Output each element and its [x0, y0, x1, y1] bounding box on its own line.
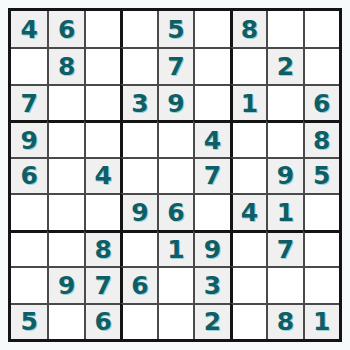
cell-r2c3[interactable] [84, 47, 120, 83]
cell-r3c8[interactable] [266, 84, 302, 120]
cell-r4c9[interactable]: 8 [303, 120, 339, 156]
cell-r2c1[interactable] [11, 47, 47, 83]
cell-r5c9[interactable]: 5 [303, 157, 339, 193]
cell-r8c4[interactable]: 6 [120, 266, 156, 302]
cell-r9c2[interactable] [47, 303, 83, 339]
cell-r2c4[interactable] [120, 47, 156, 83]
cell-r9c9[interactable]: 1 [303, 303, 339, 339]
cell-r2c7[interactable] [230, 47, 266, 83]
cell-r9c8[interactable]: 8 [266, 303, 302, 339]
cell-r6c4[interactable]: 9 [120, 193, 156, 229]
cell-r5c4[interactable] [120, 157, 156, 193]
cell-r1c1[interactable]: 4 [11, 11, 47, 47]
cell-r7c2[interactable] [47, 230, 83, 266]
cell-r6c6[interactable] [193, 193, 229, 229]
cell-r8c1[interactable] [11, 266, 47, 302]
cell-r7c6[interactable]: 9 [193, 230, 229, 266]
cell-r1c2[interactable]: 6 [47, 11, 83, 47]
cell-r7c8[interactable]: 7 [266, 230, 302, 266]
cell-r9c4[interactable] [120, 303, 156, 339]
cell-r1c8[interactable] [266, 11, 302, 47]
cell-r1c9[interactable] [303, 11, 339, 47]
cell-r1c4[interactable] [120, 11, 156, 47]
cell-r6c3[interactable] [84, 193, 120, 229]
sudoku-board: 4658872739169486479596418197976356281 [8, 8, 342, 342]
cell-r3c6[interactable] [193, 84, 229, 120]
cell-r1c7[interactable]: 8 [230, 11, 266, 47]
cell-r5c8[interactable]: 9 [266, 157, 302, 193]
cell-r8c9[interactable] [303, 266, 339, 302]
cell-r6c8[interactable]: 1 [266, 193, 302, 229]
cell-r2c2[interactable]: 8 [47, 47, 83, 83]
cell-r2c5[interactable]: 7 [157, 47, 193, 83]
cell-r9c7[interactable] [230, 303, 266, 339]
cell-r4c2[interactable] [47, 120, 83, 156]
cell-r3c5[interactable]: 9 [157, 84, 193, 120]
cell-r8c7[interactable] [230, 266, 266, 302]
cell-r5c1[interactable]: 6 [11, 157, 47, 193]
cell-r6c7[interactable]: 4 [230, 193, 266, 229]
cell-r5c5[interactable] [157, 157, 193, 193]
cell-r3c3[interactable] [84, 84, 120, 120]
cell-r7c5[interactable]: 1 [157, 230, 193, 266]
cell-r3c7[interactable]: 1 [230, 84, 266, 120]
cell-r9c5[interactable] [157, 303, 193, 339]
cell-r6c2[interactable] [47, 193, 83, 229]
cell-r2c8[interactable]: 2 [266, 47, 302, 83]
cell-r7c3[interactable]: 8 [84, 230, 120, 266]
cell-r6c5[interactable]: 6 [157, 193, 193, 229]
cell-r9c3[interactable]: 6 [84, 303, 120, 339]
cell-r3c9[interactable]: 6 [303, 84, 339, 120]
cell-r3c4[interactable]: 3 [120, 84, 156, 120]
cell-r1c6[interactable] [193, 11, 229, 47]
cell-r4c7[interactable] [230, 120, 266, 156]
cell-r2c6[interactable] [193, 47, 229, 83]
cell-r8c5[interactable] [157, 266, 193, 302]
cell-r6c1[interactable] [11, 193, 47, 229]
cell-r5c7[interactable] [230, 157, 266, 193]
cell-r4c3[interactable] [84, 120, 120, 156]
cell-r7c1[interactable] [11, 230, 47, 266]
cell-r5c3[interactable]: 4 [84, 157, 120, 193]
cell-r7c7[interactable] [230, 230, 266, 266]
cell-r7c4[interactable] [120, 230, 156, 266]
cell-r1c5[interactable]: 5 [157, 11, 193, 47]
cell-r5c6[interactable]: 7 [193, 157, 229, 193]
cell-r9c6[interactable]: 2 [193, 303, 229, 339]
cell-r8c6[interactable]: 3 [193, 266, 229, 302]
cell-r8c8[interactable] [266, 266, 302, 302]
cell-r8c2[interactable]: 9 [47, 266, 83, 302]
cell-r1c3[interactable] [84, 11, 120, 47]
cell-r8c3[interactable]: 7 [84, 266, 120, 302]
cell-r3c2[interactable] [47, 84, 83, 120]
cell-r4c8[interactable] [266, 120, 302, 156]
cell-r4c5[interactable] [157, 120, 193, 156]
cell-r4c1[interactable]: 9 [11, 120, 47, 156]
cell-r3c1[interactable]: 7 [11, 84, 47, 120]
cell-r6c9[interactable] [303, 193, 339, 229]
cell-r4c4[interactable] [120, 120, 156, 156]
cell-r4c6[interactable]: 4 [193, 120, 229, 156]
cell-r5c2[interactable] [47, 157, 83, 193]
cell-r2c9[interactable] [303, 47, 339, 83]
cell-r9c1[interactable]: 5 [11, 303, 47, 339]
cell-r7c9[interactable] [303, 230, 339, 266]
